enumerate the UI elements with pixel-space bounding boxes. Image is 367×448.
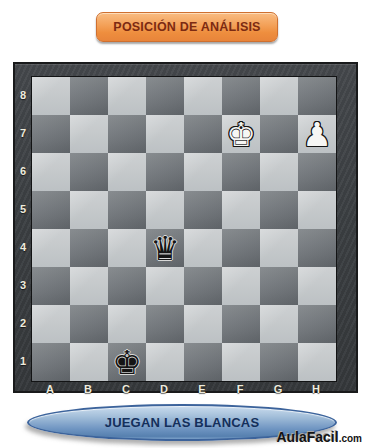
square-h2 (298, 305, 336, 343)
white-pawn-h7: ♟ (298, 115, 336, 153)
square-b6 (70, 153, 108, 191)
square-g4 (260, 229, 298, 267)
square-g3 (260, 267, 298, 305)
file-label-g: G (259, 382, 297, 395)
square-d7 (146, 115, 184, 153)
square-b3 (70, 267, 108, 305)
square-d1 (146, 343, 184, 381)
square-b1 (70, 343, 108, 381)
file-label-c: C (107, 382, 145, 395)
square-e5 (184, 191, 222, 229)
square-a6 (32, 153, 70, 191)
square-f2 (222, 305, 260, 343)
rank-label-1: 1 (16, 342, 30, 380)
square-e7 (184, 115, 222, 153)
rank-label-5: 5 (16, 190, 30, 228)
rank-label-7: 7 (16, 114, 30, 152)
square-a1 (32, 343, 70, 381)
white-king-f7: ♚ (222, 115, 260, 153)
square-g6 (260, 153, 298, 191)
square-b8 (70, 77, 108, 115)
rank-label-8: 8 (16, 76, 30, 114)
square-d4: ♛ (146, 229, 184, 267)
black-king-c1: ♚ (108, 343, 146, 381)
square-d6 (146, 153, 184, 191)
square-f7: ♚ (222, 115, 260, 153)
square-a3 (32, 267, 70, 305)
file-label-a: A (31, 382, 69, 395)
square-h4 (298, 229, 336, 267)
square-e1 (184, 343, 222, 381)
square-d2 (146, 305, 184, 343)
square-e3 (184, 267, 222, 305)
analysis-banner: POSICIÓN DE ANÁLISIS (96, 12, 278, 42)
square-e2 (184, 305, 222, 343)
square-c8 (108, 77, 146, 115)
square-a4 (32, 229, 70, 267)
board-squares: ♚♟♛♚ (31, 76, 337, 382)
square-a8 (32, 77, 70, 115)
square-h6 (298, 153, 336, 191)
file-label-h: H (297, 382, 335, 395)
black-queen-d4: ♛ (146, 229, 184, 267)
square-h5 (298, 191, 336, 229)
square-f8 (222, 77, 260, 115)
rank-label-6: 6 (16, 152, 30, 190)
chess-board: ♚♟♛♚ 87654321ABCDEFGH (13, 62, 358, 393)
square-c5 (108, 191, 146, 229)
square-f4 (222, 229, 260, 267)
square-f5 (222, 191, 260, 229)
square-c1: ♚ (108, 343, 146, 381)
square-g1 (260, 343, 298, 381)
analysis-banner-label: POSICIÓN DE ANÁLISIS (113, 20, 260, 34)
square-h7: ♟ (298, 115, 336, 153)
square-g5 (260, 191, 298, 229)
square-f1 (222, 343, 260, 381)
square-a5 (32, 191, 70, 229)
square-a2 (32, 305, 70, 343)
square-e6 (184, 153, 222, 191)
file-label-d: D (145, 382, 183, 395)
square-d8 (146, 77, 184, 115)
square-c6 (108, 153, 146, 191)
turn-indicator-label: JUEGAN LAS BLANCAS (105, 415, 260, 430)
rank-label-4: 4 (16, 228, 30, 266)
square-d5 (146, 191, 184, 229)
file-label-f: F (221, 382, 259, 395)
square-g8 (260, 77, 298, 115)
square-c3 (108, 267, 146, 305)
square-h1 (298, 343, 336, 381)
rank-label-2: 2 (16, 304, 30, 342)
square-e4 (184, 229, 222, 267)
aulafacil-logo-tld: .com (339, 433, 362, 444)
file-label-b: B (69, 382, 107, 395)
square-g7 (260, 115, 298, 153)
square-c7 (108, 115, 146, 153)
square-g2 (260, 305, 298, 343)
file-label-e: E (183, 382, 221, 395)
square-f3 (222, 267, 260, 305)
square-d3 (146, 267, 184, 305)
square-b5 (70, 191, 108, 229)
square-c2 (108, 305, 146, 343)
square-c4 (108, 229, 146, 267)
square-e8 (184, 77, 222, 115)
square-b4 (70, 229, 108, 267)
square-b7 (70, 115, 108, 153)
aulafacil-logo-name: AulaFacil (276, 429, 338, 445)
aulafacil-logo[interactable]: AulaFacil.com (276, 428, 362, 446)
square-f6 (222, 153, 260, 191)
square-a7 (32, 115, 70, 153)
square-h8 (298, 77, 336, 115)
square-h3 (298, 267, 336, 305)
rank-label-3: 3 (16, 266, 30, 304)
square-b2 (70, 305, 108, 343)
